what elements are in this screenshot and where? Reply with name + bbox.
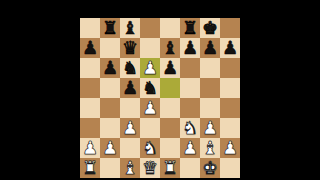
black-pawn-g7[interactable]: ♟ — [200, 38, 220, 58]
square-d7[interactable] — [140, 38, 160, 58]
square-b3[interactable] — [100, 118, 120, 138]
square-d3[interactable] — [140, 118, 160, 138]
square-f6[interactable] — [180, 58, 200, 78]
square-a5[interactable] — [80, 78, 100, 98]
square-c7[interactable]: ♛ — [120, 38, 140, 58]
white-bishop-c1[interactable]: ♝ — [120, 158, 140, 178]
square-g8[interactable]: ♚ — [200, 18, 220, 38]
square-c6[interactable]: ♞ — [120, 58, 140, 78]
square-e3[interactable] — [160, 118, 180, 138]
white-queen-d1[interactable]: ♛ — [140, 158, 160, 178]
square-f5[interactable] — [180, 78, 200, 98]
square-a1[interactable]: ♜ — [80, 158, 100, 178]
square-e8[interactable] — [160, 18, 180, 38]
black-king-g8[interactable]: ♚ — [200, 18, 220, 38]
black-pawn-f7[interactable]: ♟ — [180, 38, 200, 58]
square-g1[interactable]: ♚ — [200, 158, 220, 178]
black-pawn-a7[interactable]: ♟ — [80, 38, 100, 58]
square-a4[interactable] — [80, 98, 100, 118]
black-bishop-c8[interactable]: ♝ — [120, 18, 140, 38]
white-rook-a1[interactable]: ♜ — [80, 158, 100, 178]
square-e4[interactable] — [160, 98, 180, 118]
white-bishop-g2[interactable]: ♝ — [200, 138, 220, 158]
square-d6[interactable]: ♟ — [140, 58, 160, 78]
square-b2[interactable]: ♟ — [100, 138, 120, 158]
square-d1[interactable]: ♛ — [140, 158, 160, 178]
square-d8[interactable] — [140, 18, 160, 38]
square-h6[interactable] — [220, 58, 240, 78]
white-pawn-d6[interactable]: ♟ — [140, 58, 160, 78]
black-rook-b8[interactable]: ♜ — [100, 18, 120, 38]
square-d2[interactable]: ♞ — [140, 138, 160, 158]
black-bishop-e7[interactable]: ♝ — [160, 38, 180, 58]
square-f8[interactable]: ♜ — [180, 18, 200, 38]
square-b1[interactable] — [100, 158, 120, 178]
black-pawn-e6[interactable]: ♟ — [160, 58, 180, 78]
square-g5[interactable] — [200, 78, 220, 98]
white-pawn-g3[interactable]: ♟ — [200, 118, 220, 138]
square-b6[interactable]: ♟ — [100, 58, 120, 78]
square-g7[interactable]: ♟ — [200, 38, 220, 58]
square-a8[interactable] — [80, 18, 100, 38]
white-pawn-h2[interactable]: ♟ — [220, 138, 240, 158]
square-e1[interactable]: ♜ — [160, 158, 180, 178]
square-g4[interactable] — [200, 98, 220, 118]
square-c3[interactable]: ♟ — [120, 118, 140, 138]
square-f1[interactable] — [180, 158, 200, 178]
square-c2[interactable] — [120, 138, 140, 158]
black-pawn-b6[interactable]: ♟ — [100, 58, 120, 78]
square-c1[interactable]: ♝ — [120, 158, 140, 178]
black-pawn-h7[interactable]: ♟ — [220, 38, 240, 58]
black-rook-f8[interactable]: ♜ — [180, 18, 200, 38]
square-a3[interactable] — [80, 118, 100, 138]
square-f2[interactable]: ♟ — [180, 138, 200, 158]
square-d5[interactable]: ♞ — [140, 78, 160, 98]
square-h3[interactable] — [220, 118, 240, 138]
square-f7[interactable]: ♟ — [180, 38, 200, 58]
white-pawn-d4[interactable]: ♟ — [140, 98, 160, 118]
square-g6[interactable] — [200, 58, 220, 78]
square-b4[interactable] — [100, 98, 120, 118]
square-h7[interactable]: ♟ — [220, 38, 240, 58]
square-h5[interactable] — [220, 78, 240, 98]
square-b7[interactable] — [100, 38, 120, 58]
square-c5[interactable]: ♟ — [120, 78, 140, 98]
square-b5[interactable] — [100, 78, 120, 98]
white-pawn-a2[interactable]: ♟ — [80, 138, 100, 158]
white-pawn-f2[interactable]: ♟ — [180, 138, 200, 158]
square-d4[interactable]: ♟ — [140, 98, 160, 118]
white-knight-d2[interactable]: ♞ — [140, 138, 160, 158]
black-pawn-c5[interactable]: ♟ — [120, 78, 140, 98]
square-c8[interactable]: ♝ — [120, 18, 140, 38]
square-h8[interactable] — [220, 18, 240, 38]
square-e5[interactable] — [160, 78, 180, 98]
square-g3[interactable]: ♟ — [200, 118, 220, 138]
square-b8[interactable]: ♜ — [100, 18, 120, 38]
square-h2[interactable]: ♟ — [220, 138, 240, 158]
white-rook-e1[interactable]: ♜ — [160, 158, 180, 178]
white-pawn-c3[interactable]: ♟ — [120, 118, 140, 138]
square-c4[interactable] — [120, 98, 140, 118]
square-f4[interactable] — [180, 98, 200, 118]
white-pawn-b2[interactable]: ♟ — [100, 138, 120, 158]
square-g2[interactable]: ♝ — [200, 138, 220, 158]
white-king-g1[interactable]: ♚ — [200, 158, 220, 178]
white-knight-f3[interactable]: ♞ — [180, 118, 200, 138]
square-a7[interactable]: ♟ — [80, 38, 100, 58]
video-frame: ♜♝♜♚♟♛♝♟♟♟♟♞♟♟♟♞♟♟♞♟♟♟♞♟♝♟♜♝♛♜♚ — [0, 0, 320, 180]
square-e6[interactable]: ♟ — [160, 58, 180, 78]
square-e7[interactable]: ♝ — [160, 38, 180, 58]
black-knight-d5[interactable]: ♞ — [140, 78, 160, 98]
square-f3[interactable]: ♞ — [180, 118, 200, 138]
square-e2[interactable] — [160, 138, 180, 158]
chess-board: ♜♝♜♚♟♛♝♟♟♟♟♞♟♟♟♞♟♟♞♟♟♟♞♟♝♟♜♝♛♜♚ — [80, 18, 240, 178]
black-knight-c6[interactable]: ♞ — [120, 58, 140, 78]
square-a6[interactable] — [80, 58, 100, 78]
black-queen-c7[interactable]: ♛ — [120, 38, 140, 58]
square-h4[interactable] — [220, 98, 240, 118]
square-a2[interactable]: ♟ — [80, 138, 100, 158]
square-h1[interactable] — [220, 158, 240, 178]
